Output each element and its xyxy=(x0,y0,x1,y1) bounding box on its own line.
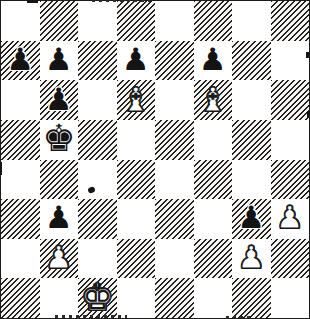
square-h7 xyxy=(271,41,310,81)
square-g2: ♟ xyxy=(232,239,271,279)
square-g3: ♟ xyxy=(232,199,271,239)
square-e7 xyxy=(155,41,194,81)
scan-speck xyxy=(55,315,127,318)
scan-speck xyxy=(306,52,309,58)
square-a7: ♟ xyxy=(1,41,40,81)
white-king: ♚ xyxy=(81,279,114,316)
square-b3: ♟ xyxy=(40,199,79,239)
square-d4 xyxy=(117,160,156,200)
square-d7: ♟ xyxy=(117,41,156,81)
square-c1: ♚ xyxy=(78,278,117,318)
square-a5 xyxy=(1,120,40,160)
square-d5 xyxy=(117,120,156,160)
square-b8 xyxy=(40,1,79,41)
square-c5 xyxy=(78,120,117,160)
black-pawn: ♟ xyxy=(45,84,73,115)
square-b5: ♚ xyxy=(40,120,79,160)
square-c7 xyxy=(78,41,117,81)
diagram-scan: ♟♟♟♟♟♝♝♚♟♟♟♟♟♚ xyxy=(0,0,310,319)
square-a2 xyxy=(1,239,40,279)
scan-speck xyxy=(307,112,309,117)
square-f8 xyxy=(194,1,233,41)
square-b2: ♟ xyxy=(40,239,79,279)
white-pawn: ♟ xyxy=(237,242,265,273)
square-e1 xyxy=(155,278,194,318)
square-c3 xyxy=(78,199,117,239)
black-pawn: ♟ xyxy=(237,202,265,233)
square-h4 xyxy=(271,160,310,200)
square-h2 xyxy=(271,239,310,279)
square-e8 xyxy=(155,1,194,41)
square-g1 xyxy=(232,278,271,318)
square-b1 xyxy=(40,278,79,318)
black-pawn: ♟ xyxy=(45,202,73,233)
white-pawn: ♟ xyxy=(45,242,73,273)
square-c4 xyxy=(78,160,117,200)
square-f2 xyxy=(194,239,233,279)
square-g6 xyxy=(232,80,271,120)
black-king: ♚ xyxy=(42,120,75,157)
scan-speck xyxy=(226,316,250,318)
square-f1 xyxy=(194,278,233,318)
scan-speck xyxy=(0,162,2,175)
square-d6: ♝ xyxy=(117,80,156,120)
square-f6: ♝ xyxy=(194,80,233,120)
scan-speck xyxy=(92,0,150,2)
square-f4 xyxy=(194,160,233,200)
white-bishop: ♝ xyxy=(198,83,228,116)
black-pawn: ♟ xyxy=(6,44,34,75)
square-d2 xyxy=(117,239,156,279)
square-c6 xyxy=(78,80,117,120)
square-g8 xyxy=(232,1,271,41)
square-a6 xyxy=(1,80,40,120)
square-f7: ♟ xyxy=(194,41,233,81)
square-a8 xyxy=(1,1,40,41)
square-e3 xyxy=(155,199,194,239)
square-e6 xyxy=(155,80,194,120)
square-a3 xyxy=(1,199,40,239)
square-h5 xyxy=(271,120,310,160)
square-a1 xyxy=(1,278,40,318)
square-c2 xyxy=(78,239,117,279)
square-h3: ♟ xyxy=(271,199,310,239)
black-pawn: ♟ xyxy=(199,44,227,75)
square-e5 xyxy=(155,120,194,160)
square-b4 xyxy=(40,160,79,200)
square-f5 xyxy=(194,120,233,160)
square-b6: ♟ xyxy=(40,80,79,120)
square-d8 xyxy=(117,1,156,41)
square-e4 xyxy=(155,160,194,200)
square-d1 xyxy=(117,278,156,318)
square-e2 xyxy=(155,239,194,279)
square-d3 xyxy=(117,199,156,239)
black-pawn: ♟ xyxy=(45,44,73,75)
square-c8 xyxy=(78,1,117,41)
square-g7 xyxy=(232,41,271,81)
black-pawn: ♟ xyxy=(122,44,150,75)
square-f3 xyxy=(194,199,233,239)
scan-speck xyxy=(27,0,38,3)
white-bishop: ♝ xyxy=(121,83,151,116)
chess-board: ♟♟♟♟♟♝♝♚♟♟♟♟♟♚ xyxy=(0,0,310,319)
square-b7: ♟ xyxy=(40,41,79,81)
square-a4 xyxy=(1,160,40,200)
square-h6 xyxy=(271,80,310,120)
square-h8 xyxy=(271,1,310,41)
square-g4 xyxy=(232,160,271,200)
square-h1 xyxy=(271,278,310,318)
white-pawn: ♟ xyxy=(276,202,304,233)
square-g5 xyxy=(232,120,271,160)
